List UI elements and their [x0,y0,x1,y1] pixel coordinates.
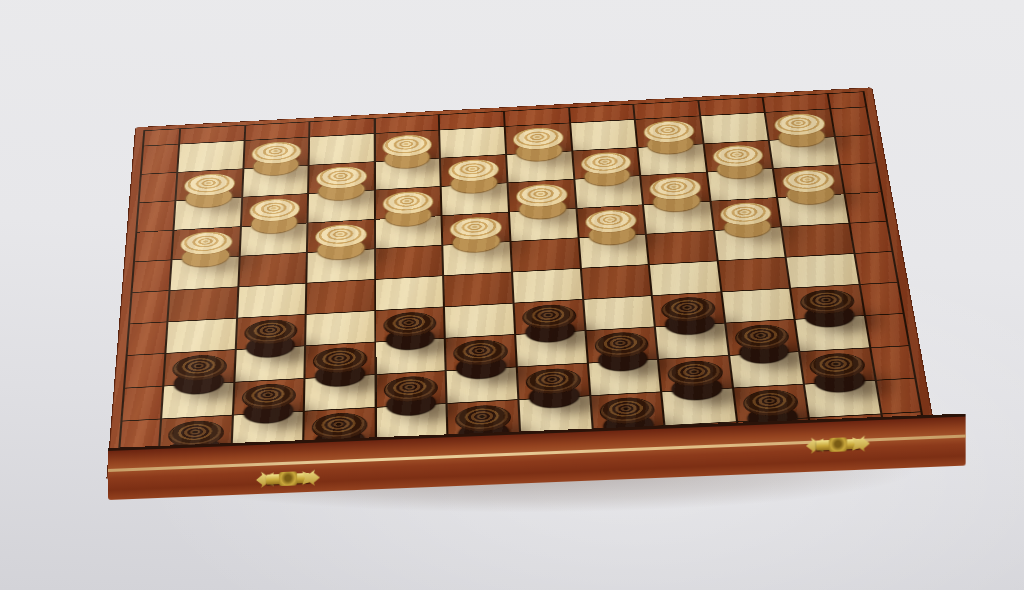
square-r3-c9 [708,169,777,201]
square-r7-c7 [584,296,654,330]
frame-cell [144,129,179,145]
square-r6-c6 [513,269,582,303]
dark-man [808,352,866,380]
dark-man [599,396,656,425]
square-r2-c4 [376,158,441,189]
square-r5-c1 [171,257,239,290]
square-r9-c9 [730,352,803,388]
brass-clasp-bar [266,473,310,485]
brass-clasp-left [256,469,320,488]
square-r5-c9 [715,227,785,260]
light-man [584,209,638,235]
frame-cell [123,387,163,421]
dark-man [313,346,367,374]
square-r1-c3 [310,134,374,165]
square-r7-c8 [653,292,724,326]
frame-cell [850,222,891,253]
dark-man [734,324,791,352]
light-man [382,134,433,158]
frame-cell [861,283,903,315]
square-r5-c5 [444,242,511,275]
square-r2-c3 [309,162,373,193]
square-r9-c6 [518,364,589,400]
square-r9-c2 [234,379,304,415]
dark-man [594,331,650,359]
square-r4-c1 [173,227,240,260]
square-r8-c2 [235,346,304,381]
square-r4-c6 [510,209,577,241]
square-r5-c3 [307,250,374,283]
light-man [450,216,503,242]
square-r9-c1 [162,383,233,419]
square-r6-c1 [168,287,236,321]
dark-man [241,383,296,411]
frame-cell [846,192,886,223]
square-r8-c3 [306,343,375,378]
frame-cell [841,163,881,193]
dark-man [453,339,508,367]
square-r6-c4 [376,276,443,310]
square-r5-c10 [783,224,854,257]
square-r5-c6 [511,239,579,272]
square-r5-c4 [376,246,443,279]
light-man [316,165,367,190]
square-r8-c8 [656,324,728,359]
square-r8-c7 [586,327,657,362]
square-r1-c10 [766,109,834,139]
light-man [315,223,367,249]
square-r2-c6 [507,151,573,182]
square-r2-c2 [243,166,308,197]
square-r1-c8 [636,116,702,146]
light-man [249,197,301,222]
square-r8-c10 [796,316,869,351]
frame-cell [866,314,908,347]
square-r4-c10 [778,194,848,226]
square-r7-c3 [306,311,374,345]
square-r1-c5 [441,127,506,158]
square-r6-c10 [787,254,859,287]
square-r7-c9 [722,288,794,322]
light-man [648,176,702,201]
square-r5-c8 [647,231,716,264]
photo-backdrop [0,0,1024,590]
square-r1-c1 [178,141,243,172]
light-man [512,127,564,151]
square-r3-c7 [575,176,642,208]
frame-cell [142,145,178,174]
light-man [180,230,233,256]
square-r7-c2 [236,315,305,349]
dark-man [660,296,716,323]
dark-man [172,354,227,382]
square-r3-c6 [508,180,575,212]
square-r9-c8 [659,356,731,392]
square-r9-c3 [305,375,374,411]
square-r9-c5 [447,367,517,403]
frame-cell [829,92,866,108]
light-man [515,183,568,208]
dark-man [525,367,581,395]
light-man [448,158,500,183]
square-r9-c7 [589,360,661,396]
square-r1-c6 [506,123,571,154]
square-r10-c9 [734,385,808,421]
frame-cell [125,354,164,388]
brass-clasp-right [806,435,870,454]
square-r2-c5 [441,155,506,186]
light-man [719,201,774,226]
square-r8-c1 [164,350,234,385]
square-r4-c7 [577,205,645,237]
square-r7-c10 [791,285,863,319]
square-r6-c2 [238,284,306,318]
brass-clasp-bar [816,439,860,451]
dark-man [455,404,511,433]
square-r3-c10 [774,165,843,197]
light-man [781,169,836,194]
square-r1-c2 [244,137,308,168]
frame-cell [128,322,167,355]
square-r2-c1 [176,169,242,200]
square-r8-c9 [726,320,798,355]
square-r2-c9 [704,141,772,172]
square-r4-c9 [711,198,780,230]
square-r1-c9 [701,113,768,143]
square-r6-c8 [650,261,720,295]
square-r8-c5 [446,335,515,370]
square-r3-c1 [174,198,240,230]
frame-cell [133,261,171,293]
frame-cell [130,291,168,323]
board-grid [116,91,926,475]
square-r2-c7 [573,148,640,179]
light-man [251,141,302,165]
frame-cell [877,379,920,414]
dark-man [383,311,437,338]
square-r7-c1 [166,318,235,353]
square-r1-c4 [375,130,439,161]
dark-man [244,318,298,345]
square-r8-c4 [376,339,445,374]
dark-man [742,389,801,418]
dark-man [384,375,439,403]
square-r5-c2 [239,253,306,286]
square-r5-c7 [579,235,648,268]
square-r3-c2 [242,194,308,226]
light-man [773,112,827,136]
frame-cell [856,252,897,284]
frame-cell [140,173,177,203]
square-r3-c3 [309,191,374,223]
square-r8-c6 [516,331,586,366]
square-r6-c5 [445,272,513,306]
square-r2-c8 [639,144,706,175]
square-r7-c4 [376,307,444,341]
frame-cell [137,201,174,231]
square-r3-c8 [641,173,709,205]
square-r9-c4 [376,371,446,407]
square-r4-c5 [443,212,510,244]
square-r10-c7 [591,393,664,429]
dark-man [799,288,856,315]
square-r7-c6 [515,300,584,334]
frame-cell [135,231,172,262]
frame-cell [871,346,914,380]
square-r6-c9 [719,258,790,292]
light-man [580,151,633,176]
square-r10-c6 [519,396,591,432]
dark-man [522,303,577,330]
square-r10-c8 [662,389,735,425]
light-man [183,172,235,197]
square-r6-c7 [582,265,651,299]
square-r3-c5 [442,183,508,215]
square-r3-c4 [376,187,441,219]
square-r4-c4 [376,216,442,248]
dark-man [312,412,367,441]
square-r1-c7 [571,120,637,151]
frame-cell [836,135,875,164]
light-man [643,120,696,144]
square-r4-c3 [308,220,374,252]
light-man [382,190,434,215]
square-r6-c3 [307,280,374,314]
square-r9-c10 [801,348,875,384]
dark-man [667,360,724,388]
square-r10-c10 [805,381,880,417]
light-man [711,144,765,169]
square-r4-c2 [240,223,306,255]
square-r2-c10 [770,137,838,168]
frame-cell [831,107,870,136]
square-r7-c5 [445,303,514,337]
square-r4-c8 [644,202,713,234]
